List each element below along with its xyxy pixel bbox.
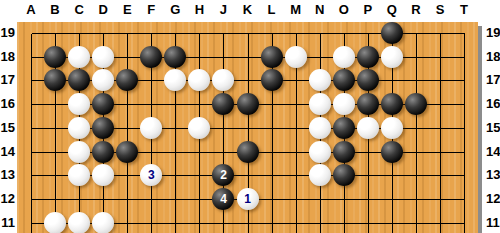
stone-Q18-white: [381, 46, 403, 68]
move-number-4: 4: [220, 188, 227, 210]
row-label-right-16: 16: [486, 96, 500, 112]
stone-D18-white: [92, 46, 114, 68]
stone-M18-white: [285, 46, 307, 68]
move-number-1: 1: [244, 188, 251, 210]
stone-N13-white: [309, 164, 331, 186]
stone-O14-black: [333, 141, 355, 163]
row-label-left-11: 11: [0, 215, 15, 231]
board-shadow: [478, 26, 482, 233]
column-label-S: S: [428, 2, 452, 18]
column-label-T: T: [452, 2, 476, 18]
go-board-panel: ABCDEFGHJKLMNOPQRST 19191818171716161515…: [0, 0, 500, 233]
column-label-A: A: [19, 2, 43, 18]
stone-L18-black: [261, 46, 283, 68]
column-label-K: K: [236, 2, 260, 18]
row-label-right-13: 13: [486, 167, 500, 183]
stone-B18-black: [44, 46, 66, 68]
stone-D14-black: [92, 141, 114, 163]
stone-O16-white: [333, 93, 355, 115]
stone-G18-black: [164, 46, 186, 68]
stone-O15-black: [333, 117, 355, 139]
row-label-right-15: 15: [486, 120, 500, 136]
row-label-left-12: 12: [0, 191, 15, 207]
stone-N15-white: [309, 117, 331, 139]
stone-Q19-black: [381, 22, 403, 44]
stone-P15-white: [357, 117, 379, 139]
row-label-left-19: 19: [0, 25, 15, 41]
stone-K12-white: 1: [237, 188, 259, 210]
row-label-left-14: 14: [0, 144, 15, 160]
row-label-left-15: 15: [0, 120, 15, 136]
column-label-D: D: [91, 2, 115, 18]
column-label-H: H: [187, 2, 211, 18]
go-board[interactable]: 3241: [17, 22, 478, 233]
row-label-left-18: 18: [0, 49, 15, 65]
column-label-M: M: [284, 2, 308, 18]
column-label-O: O: [332, 2, 356, 18]
stone-C15-white: [68, 117, 90, 139]
stone-P18-black: [357, 46, 379, 68]
row-label-right-14: 14: [486, 144, 500, 160]
column-label-J: J: [211, 2, 235, 18]
column-label-P: P: [356, 2, 380, 18]
column-label-R: R: [404, 2, 428, 18]
row-label-right-11: 11: [486, 215, 500, 231]
row-label-right-19: 19: [486, 25, 500, 41]
stone-F15-white: [140, 117, 162, 139]
stone-C11-white: [68, 212, 90, 233]
stone-O17-black: [333, 69, 355, 91]
stone-P16-black: [357, 93, 379, 115]
row-label-left-13: 13: [0, 167, 15, 183]
column-label-B: B: [43, 2, 67, 18]
row-label-right-17: 17: [486, 72, 500, 88]
column-label-L: L: [260, 2, 284, 18]
stone-C18-white: [68, 46, 90, 68]
stone-N16-white: [309, 93, 331, 115]
stone-L17-black: [261, 69, 283, 91]
stone-B11-white: [44, 212, 66, 233]
column-label-C: C: [67, 2, 91, 18]
move-number-2: 2: [220, 164, 227, 186]
stone-O13-black: [333, 164, 355, 186]
row-label-right-12: 12: [486, 191, 500, 207]
move-number-3: 3: [148, 164, 155, 186]
stone-R16-black: [405, 93, 427, 115]
stone-Q15-white: [381, 117, 403, 139]
column-label-Q: Q: [380, 2, 404, 18]
stone-C14-white: [68, 141, 90, 163]
stone-K14-black: [237, 141, 259, 163]
stone-F18-black: [140, 46, 162, 68]
column-label-G: G: [163, 2, 187, 18]
stone-Q14-black: [381, 141, 403, 163]
stone-N17-white: [309, 69, 331, 91]
stone-O18-white: [333, 46, 355, 68]
stone-D11-white: [92, 212, 114, 233]
stone-K16-black: [237, 93, 259, 115]
row-label-left-16: 16: [0, 96, 15, 112]
stone-N14-white: [309, 141, 331, 163]
row-label-right-18: 18: [486, 49, 500, 65]
column-label-N: N: [308, 2, 332, 18]
stone-Q16-black: [381, 93, 403, 115]
column-label-F: F: [139, 2, 163, 18]
column-label-E: E: [115, 2, 139, 18]
row-label-left-17: 17: [0, 72, 15, 88]
stone-D15-black: [92, 117, 114, 139]
stone-E14-black: [116, 141, 138, 163]
